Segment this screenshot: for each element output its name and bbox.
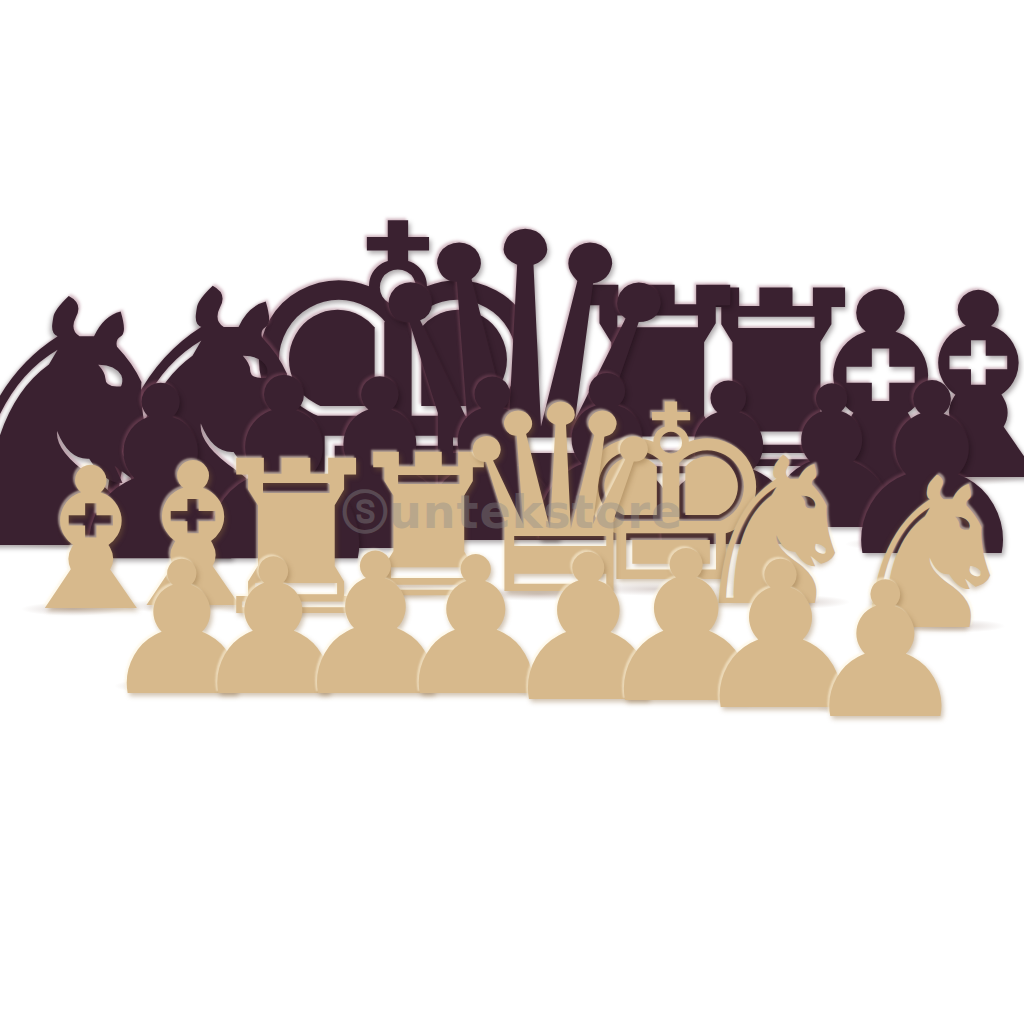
dark-bishop: ♝ (745, 297, 961, 513)
tan-pawn: ♟ (288, 565, 410, 687)
product-photo: ♞♞♚♛♜♜♝♝♟♟♟♟♟♟♟♟♝♝♜♜♛♚♞♞♟♟♟♟♟♟♟♟ ⓢunteks… (0, 0, 1024, 1024)
tan-king: ♚ (562, 400, 752, 590)
tan-pawn: ♟ (498, 567, 624, 693)
tan-pawn: ♟ (802, 593, 919, 710)
tan-king-shadow (586, 582, 729, 596)
dark-pawn-shadow (845, 537, 956, 551)
dark-pawn-shadow (293, 532, 403, 546)
watermark-text: ⓢuntekstore (342, 482, 683, 544)
dark-pawn: ♟ (505, 390, 648, 533)
dark-rook: ♜ (542, 298, 714, 470)
dark-queen: ♛ (344, 238, 636, 530)
tan-pawn: ♟ (593, 563, 723, 693)
dark-pawn: ♟ (53, 400, 203, 550)
tan-pawn: ♟ (100, 572, 215, 687)
dark-bishop-shadow (772, 505, 934, 519)
tan-knight: ♞ (880, 483, 1024, 627)
tan-pawn: ♟ (190, 570, 307, 687)
dark-queen-shadow (381, 522, 600, 536)
dark-bishop-shadow (886, 472, 1023, 486)
dark-pawn: ♟ (744, 397, 867, 520)
tan-pawn: ♟ (391, 568, 510, 687)
dark-knight-shadow (5, 537, 181, 551)
dark-pawn-shadow (410, 525, 515, 539)
tan-knight-shadow (898, 619, 1006, 633)
dark-bishop: ♝ (864, 297, 1024, 480)
dark-king: ♚ (220, 218, 530, 528)
tan-pawn: ♟ (690, 573, 817, 700)
dark-rook: ♜ (667, 300, 830, 463)
tan-knight-shadow (746, 595, 851, 609)
tan-bishop-shadow (122, 599, 229, 613)
tan-rook: ♜ (341, 462, 472, 593)
tan-bishop: ♝ (3, 470, 143, 610)
dark-king-shadow (259, 520, 492, 534)
tan-pawn-shadow (405, 679, 494, 693)
tan-queen: ♛ (444, 407, 632, 595)
tan-queen-shadow (468, 587, 609, 601)
dark-pawn-shadow (522, 525, 629, 539)
dark-rook-shadow (687, 455, 809, 469)
tan-knight: ♞ (728, 463, 868, 603)
tan-pawn-shadow (303, 679, 395, 693)
tan-bishop-shadow (21, 602, 126, 616)
tan-pawn-shadow (816, 702, 904, 716)
tan-pawn-shadow (705, 692, 800, 706)
dark-knight-shadow (148, 532, 328, 546)
tan-rook: ♜ (201, 468, 343, 610)
tan-rook-shadow (357, 585, 455, 599)
tan-pawn-shadow (114, 679, 200, 693)
tan-pawn-shadow (609, 685, 707, 699)
tan-pawn-shadow (204, 679, 292, 693)
dark-pawn: ♟ (826, 397, 974, 545)
dark-pawn-shadow (72, 542, 185, 556)
dark-pawn-shadow (646, 529, 751, 543)
dark-pawn: ♟ (628, 397, 768, 537)
dark-pawn-shadow (191, 542, 309, 556)
dark-knight: ♞ (118, 300, 358, 540)
dark-pawn-shadow (759, 512, 851, 526)
dark-pawn: ♟ (275, 393, 422, 540)
dark-rook-shadow (564, 462, 693, 476)
tan-bishop: ♝ (104, 465, 246, 607)
dark-pawn: ♟ (392, 393, 532, 533)
dark-knight: ♞ (0, 310, 211, 545)
tan-pawn-shadow (514, 685, 609, 699)
tan-rook-shadow (219, 602, 326, 616)
dark-pawn: ♟ (172, 393, 329, 550)
